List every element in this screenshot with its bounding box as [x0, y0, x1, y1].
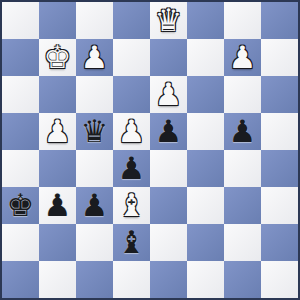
white-king: ♚: [44, 42, 72, 73]
square-b3[interactable]: ♟: [39, 187, 76, 224]
square-d8[interactable]: [113, 2, 150, 39]
square-b1[interactable]: [39, 261, 76, 298]
square-b7[interactable]: ♚: [39, 39, 76, 76]
white-bishop: ♝: [118, 190, 146, 221]
square-f4[interactable]: [187, 150, 224, 187]
square-e6[interactable]: ♟: [150, 76, 187, 113]
square-h5[interactable]: [261, 113, 298, 150]
square-d6[interactable]: [113, 76, 150, 113]
black-pawn: ♟: [44, 190, 72, 221]
square-e5[interactable]: ♟: [150, 113, 187, 150]
white-pawn: ♟: [44, 116, 72, 147]
square-e4[interactable]: [150, 150, 187, 187]
square-h4[interactable]: [261, 150, 298, 187]
black-queen: ♛: [81, 116, 109, 147]
square-a2[interactable]: [2, 224, 39, 261]
square-g7[interactable]: ♟: [224, 39, 261, 76]
square-f7[interactable]: [187, 39, 224, 76]
square-h6[interactable]: [261, 76, 298, 113]
black-bishop: ♝: [118, 227, 146, 258]
square-h8[interactable]: [261, 2, 298, 39]
square-c2[interactable]: [76, 224, 113, 261]
white-pawn: ♟: [229, 42, 257, 73]
square-g8[interactable]: [224, 2, 261, 39]
square-d7[interactable]: [113, 39, 150, 76]
square-e1[interactable]: [150, 261, 187, 298]
square-f5[interactable]: [187, 113, 224, 150]
square-a4[interactable]: [2, 150, 39, 187]
black-pawn: ♟: [118, 153, 146, 184]
square-e8[interactable]: ♛: [150, 2, 187, 39]
square-b4[interactable]: [39, 150, 76, 187]
square-h1[interactable]: [261, 261, 298, 298]
square-c4[interactable]: [76, 150, 113, 187]
square-c6[interactable]: [76, 76, 113, 113]
square-b5[interactable]: ♟: [39, 113, 76, 150]
black-pawn: ♟: [81, 190, 109, 221]
black-pawn: ♟: [229, 116, 257, 147]
square-c5[interactable]: ♛: [76, 113, 113, 150]
square-g1[interactable]: [224, 261, 261, 298]
square-f8[interactable]: [187, 2, 224, 39]
square-f6[interactable]: [187, 76, 224, 113]
square-g5[interactable]: ♟: [224, 113, 261, 150]
square-a8[interactable]: [2, 2, 39, 39]
square-f2[interactable]: [187, 224, 224, 261]
square-h3[interactable]: [261, 187, 298, 224]
square-a5[interactable]: [2, 113, 39, 150]
square-g4[interactable]: [224, 150, 261, 187]
square-g6[interactable]: [224, 76, 261, 113]
square-g2[interactable]: [224, 224, 261, 261]
white-pawn: ♟: [81, 42, 109, 73]
white-pawn: ♟: [118, 116, 146, 147]
black-pawn: ♟: [155, 116, 183, 147]
white-queen: ♛: [155, 5, 183, 36]
square-f3[interactable]: [187, 187, 224, 224]
square-a1[interactable]: [2, 261, 39, 298]
square-f1[interactable]: [187, 261, 224, 298]
square-c1[interactable]: [76, 261, 113, 298]
square-c3[interactable]: ♟: [76, 187, 113, 224]
square-h7[interactable]: [261, 39, 298, 76]
square-a6[interactable]: [2, 76, 39, 113]
square-e3[interactable]: [150, 187, 187, 224]
square-d5[interactable]: ♟: [113, 113, 150, 150]
chess-board: ♛♚♟♟♟♟♛♟♟♟♟♚♟♟♝♝: [0, 0, 300, 300]
black-king: ♚: [7, 190, 35, 221]
square-b2[interactable]: [39, 224, 76, 261]
square-b6[interactable]: [39, 76, 76, 113]
square-d3[interactable]: ♝: [113, 187, 150, 224]
square-c8[interactable]: [76, 2, 113, 39]
square-d2[interactable]: ♝: [113, 224, 150, 261]
square-a3[interactable]: ♚: [2, 187, 39, 224]
square-d4[interactable]: ♟: [113, 150, 150, 187]
square-g3[interactable]: [224, 187, 261, 224]
square-c7[interactable]: ♟: [76, 39, 113, 76]
square-a7[interactable]: [2, 39, 39, 76]
square-d1[interactable]: [113, 261, 150, 298]
square-b8[interactable]: [39, 2, 76, 39]
square-e2[interactable]: [150, 224, 187, 261]
square-e7[interactable]: [150, 39, 187, 76]
square-h2[interactable]: [261, 224, 298, 261]
white-pawn: ♟: [155, 79, 183, 110]
